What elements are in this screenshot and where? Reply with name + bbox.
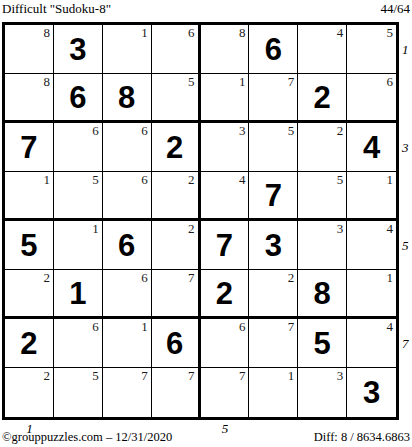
cell-r2c2[interactable]: 6 [54, 74, 103, 123]
difficulty-text: Diff: 8 / 8634.6863 [314, 430, 410, 445]
pencil-mark: 7 [288, 319, 295, 334]
cell-r1c1[interactable]: 8 [5, 25, 54, 74]
pencil-mark: 2 [188, 172, 195, 187]
sudoku-board: 8316864586851726766235241562475151627334… [2, 22, 399, 420]
cell-r2c6[interactable]: 7 [249, 74, 298, 123]
cell-r8c1[interactable]: 2 [5, 368, 54, 417]
cell-r8c7[interactable]: 3 [298, 368, 347, 417]
cell-r6c5[interactable]: 2 [201, 270, 250, 319]
given-digit: 2 [166, 132, 183, 163]
given-digit: 2 [216, 278, 233, 309]
given-digit: 8 [314, 278, 331, 309]
cell-r5c1[interactable]: 5 [5, 221, 54, 270]
cell-r1c6[interactable]: 6 [249, 25, 298, 74]
cell-r8c6[interactable]: 1 [249, 368, 298, 417]
row-label-7: 7 [402, 336, 412, 352]
pencil-mark: 1 [141, 25, 148, 40]
pencil-mark: 5 [288, 123, 295, 138]
cell-r5c8[interactable]: 4 [347, 221, 396, 270]
pencil-mark: 1 [239, 74, 246, 89]
cell-r2c7[interactable]: 2 [298, 74, 347, 123]
given-digit: 3 [265, 230, 282, 261]
cell-r4c7[interactable]: 5 [298, 172, 347, 221]
cell-r6c7[interactable]: 8 [298, 270, 347, 319]
cell-r7c6[interactable]: 7 [249, 319, 298, 368]
cell-r4c3[interactable]: 6 [103, 172, 152, 221]
given-digit: 1 [69, 278, 86, 309]
cell-r2c3[interactable]: 8 [103, 74, 152, 123]
pencil-mark: 6 [92, 319, 99, 334]
cell-r1c3[interactable]: 1 [103, 25, 152, 74]
col-label-5: 5 [215, 421, 235, 436]
cell-r3c1[interactable]: 7 [5, 123, 54, 172]
pencil-mark: 2 [188, 221, 195, 236]
cell-r8c5[interactable]: 7 [201, 368, 250, 417]
cell-r1c4[interactable]: 6 [152, 25, 201, 74]
cell-r7c7[interactable]: 5 [298, 319, 347, 368]
cell-r6c3[interactable]: 6 [103, 270, 152, 319]
cell-r7c2[interactable]: 6 [54, 319, 103, 368]
pencil-mark: 6 [387, 74, 394, 89]
given-digit: 6 [166, 328, 183, 359]
pencil-mark: 4 [387, 319, 394, 334]
cell-r4c8[interactable]: 1 [347, 172, 396, 221]
cell-r2c8[interactable]: 6 [347, 74, 396, 123]
cell-r3c5[interactable]: 3 [201, 123, 250, 172]
given-digit: 5 [20, 230, 37, 261]
row-label-5: 5 [402, 238, 412, 254]
cell-r3c4[interactable]: 2 [152, 123, 201, 172]
puzzle-title: Difficult "Sudoku-8" [2, 1, 111, 17]
given-digit: 4 [363, 132, 380, 163]
cell-r4c4[interactable]: 2 [152, 172, 201, 221]
pencil-mark: 6 [188, 25, 195, 40]
cell-r5c2[interactable]: 1 [54, 221, 103, 270]
given-digit: 2 [314, 82, 331, 113]
pencil-mark: 6 [141, 123, 148, 138]
given-digit: 6 [265, 34, 282, 65]
cell-r5c6[interactable]: 3 [249, 221, 298, 270]
pencil-mark: 2 [43, 368, 50, 383]
pencil-mark: 5 [337, 172, 344, 187]
cell-r1c2[interactable]: 3 [54, 25, 103, 74]
cell-r7c3[interactable]: 1 [103, 319, 152, 368]
pencil-mark: 5 [92, 172, 99, 187]
pencil-mark: 2 [288, 270, 295, 285]
cell-r6c2[interactable]: 1 [54, 270, 103, 319]
cell-r3c7[interactable]: 2 [298, 123, 347, 172]
pencil-mark: 8 [239, 25, 246, 40]
cell-r4c5[interactable]: 4 [201, 172, 250, 221]
puzzle-page: Difficult "Sudoku-8" 44/64 8316864586851… [0, 0, 412, 447]
cell-r1c5[interactable]: 8 [201, 25, 250, 74]
cell-r4c1[interactable]: 1 [5, 172, 54, 221]
pencil-mark: 7 [288, 74, 295, 89]
cell-r7c1[interactable]: 2 [5, 319, 54, 368]
cell-r6c4[interactable]: 7 [152, 270, 201, 319]
cell-r5c5[interactable]: 7 [201, 221, 250, 270]
pencil-mark: 6 [141, 172, 148, 187]
pencil-mark: 6 [239, 319, 246, 334]
pencil-mark: 6 [92, 123, 99, 138]
cell-counter: 44/64 [380, 1, 410, 17]
pencil-mark: 4 [387, 221, 394, 236]
given-digit: 6 [118, 230, 135, 261]
pencil-mark: 8 [43, 25, 50, 40]
pencil-mark: 3 [337, 221, 344, 236]
given-digit: 3 [363, 377, 380, 408]
given-digit: 8 [118, 82, 135, 113]
cell-r6c8[interactable]: 1 [347, 270, 396, 319]
pencil-mark: 7 [188, 270, 195, 285]
cell-r7c8[interactable]: 4 [347, 319, 396, 368]
pencil-mark: 3 [239, 123, 246, 138]
cell-r6c6[interactable]: 2 [249, 270, 298, 319]
pencil-mark: 8 [43, 74, 50, 89]
cell-r3c3[interactable]: 6 [103, 123, 152, 172]
pencil-mark: 2 [337, 123, 344, 138]
cell-r7c4[interactable]: 6 [152, 319, 201, 368]
cell-r2c4[interactable]: 5 [152, 74, 201, 123]
pencil-mark: 5 [188, 74, 195, 89]
cell-r8c3[interactable]: 7 [103, 368, 152, 417]
pencil-mark: 4 [239, 172, 246, 187]
cell-r8c4[interactable]: 7 [152, 368, 201, 417]
cell-r7c5[interactable]: 6 [201, 319, 250, 368]
given-digit: 3 [69, 34, 86, 65]
pencil-mark: 1 [92, 221, 99, 236]
given-digit: 5 [314, 328, 331, 359]
pencil-mark: 1 [141, 319, 148, 334]
cell-r8c8[interactable]: 3 [347, 368, 396, 417]
given-digit: 6 [69, 82, 86, 113]
cell-r2c1[interactable]: 8 [5, 74, 54, 123]
given-digit: 7 [265, 180, 282, 211]
pencil-mark: 4 [337, 25, 344, 40]
pencil-mark: 7 [239, 368, 246, 383]
cell-r3c8[interactable]: 4 [347, 123, 396, 172]
cell-r5c3[interactable]: 6 [103, 221, 152, 270]
pencil-mark: 5 [92, 368, 99, 383]
cell-r5c7[interactable]: 3 [298, 221, 347, 270]
cell-r3c6[interactable]: 5 [249, 123, 298, 172]
cell-r8c2[interactable]: 5 [54, 368, 103, 417]
pencil-mark: 5 [387, 25, 394, 40]
cell-r6c1[interactable]: 2 [5, 270, 54, 319]
given-digit: 7 [216, 230, 233, 261]
cell-r3c2[interactable]: 6 [54, 123, 103, 172]
pencil-mark: 1 [288, 368, 295, 383]
pencil-mark: 2 [43, 270, 50, 285]
pencil-mark: 6 [141, 270, 148, 285]
pencil-mark: 7 [188, 368, 195, 383]
row-label-1: 1 [402, 42, 412, 58]
pencil-mark: 1 [387, 172, 394, 187]
copyright-text: ©grouppuzzles.com – 12/31/2020 [2, 430, 172, 445]
pencil-mark: 7 [141, 368, 148, 383]
pencil-mark: 1 [387, 270, 394, 285]
given-digit: 7 [20, 132, 37, 163]
cell-r5c4[interactable]: 2 [152, 221, 201, 270]
cell-r4c6[interactable]: 7 [249, 172, 298, 221]
cell-r1c8[interactable]: 5 [347, 25, 396, 74]
pencil-mark: 1 [43, 172, 50, 187]
row-label-3: 3 [402, 140, 412, 156]
pencil-mark: 3 [337, 368, 344, 383]
cell-r1c7[interactable]: 4 [298, 25, 347, 74]
cell-r4c2[interactable]: 5 [54, 172, 103, 221]
given-digit: 2 [20, 328, 37, 359]
cell-r2c5[interactable]: 1 [201, 74, 250, 123]
